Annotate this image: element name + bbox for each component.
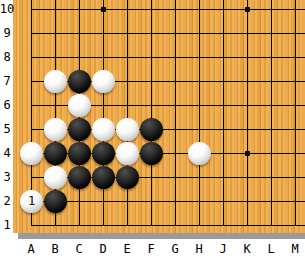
column-label-G: G bbox=[163, 241, 187, 257]
column-label-E: E bbox=[115, 241, 139, 257]
stone-white-B5[interactable] bbox=[44, 118, 67, 141]
row-label-7: 7 bbox=[0, 73, 16, 89]
column-label-D: D bbox=[91, 241, 115, 257]
row-label-4: 4 bbox=[0, 145, 16, 161]
stone-black-F4[interactable] bbox=[140, 142, 163, 165]
star-point-K4 bbox=[245, 151, 250, 156]
grid-line-1 bbox=[31, 225, 305, 226]
star-point-K10 bbox=[245, 7, 250, 12]
column-label-C: C bbox=[67, 241, 91, 257]
row-label-5: 5 bbox=[0, 121, 16, 137]
column-label-M: M bbox=[283, 241, 305, 257]
stone-white-E5[interactable] bbox=[116, 118, 139, 141]
stone-white-B3[interactable] bbox=[44, 166, 67, 189]
stone-black-C4[interactable] bbox=[68, 142, 91, 165]
stone-white-H4[interactable] bbox=[188, 142, 211, 165]
column-label-K: K bbox=[235, 241, 259, 257]
column-label-B: B bbox=[43, 241, 67, 257]
row-label-6: 6 bbox=[0, 97, 16, 113]
star-point-D10 bbox=[101, 7, 106, 12]
row-label-1: 1 bbox=[0, 217, 16, 233]
stone-black-C5[interactable] bbox=[68, 118, 91, 141]
row-label-9: 9 bbox=[0, 25, 16, 41]
row-label-3: 3 bbox=[0, 169, 16, 185]
stone-white-C6[interactable] bbox=[68, 94, 91, 117]
board-shadow bbox=[18, 233, 305, 239]
stone-black-E3[interactable] bbox=[116, 166, 139, 189]
grid-line-8 bbox=[31, 57, 305, 58]
stone-black-B4[interactable] bbox=[44, 142, 67, 165]
stone-white-D7[interactable] bbox=[92, 70, 115, 93]
grid-line-9 bbox=[31, 33, 305, 34]
stone-black-C3[interactable] bbox=[68, 166, 91, 189]
column-label-L: L bbox=[259, 241, 283, 257]
row-label-10: 10 bbox=[0, 1, 16, 17]
stone-white-B7[interactable] bbox=[44, 70, 67, 93]
grid-line-2 bbox=[31, 201, 305, 202]
column-label-F: F bbox=[139, 241, 163, 257]
stone-black-C7[interactable] bbox=[68, 70, 91, 93]
move-number-label: 1 bbox=[20, 190, 43, 213]
stone-black-B2[interactable] bbox=[44, 190, 67, 213]
grid-line-10 bbox=[31, 9, 305, 10]
stone-white-E4[interactable] bbox=[116, 142, 139, 165]
stone-white-A4[interactable] bbox=[20, 142, 43, 165]
go-board-panel: 1 10987654321 ABCDEFGHJKLM bbox=[0, 0, 305, 260]
row-label-8: 8 bbox=[0, 49, 16, 65]
stone-black-D4[interactable] bbox=[92, 142, 115, 165]
go-board[interactable]: 1 bbox=[13, 0, 305, 233]
column-label-J: J bbox=[211, 241, 235, 257]
row-label-2: 2 bbox=[0, 193, 16, 209]
stone-white-D5[interactable] bbox=[92, 118, 115, 141]
stone-white-A2[interactable]: 1 bbox=[20, 190, 43, 213]
column-label-H: H bbox=[187, 241, 211, 257]
stone-black-F5[interactable] bbox=[140, 118, 163, 141]
column-label-A: A bbox=[19, 241, 43, 257]
stone-black-D3[interactable] bbox=[92, 166, 115, 189]
